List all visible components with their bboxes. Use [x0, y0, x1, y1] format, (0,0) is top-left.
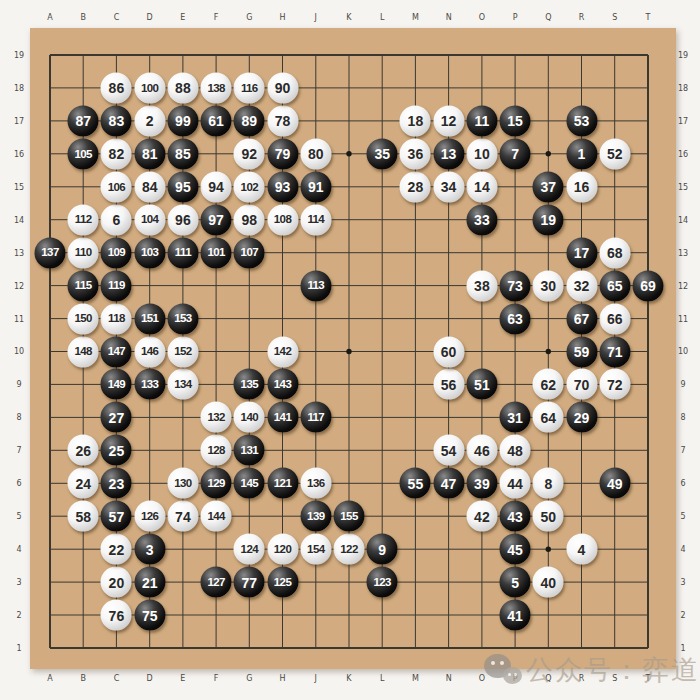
move-number: 142 — [274, 346, 291, 358]
stone-B16: 105 — [68, 138, 99, 169]
stone-H4: 120 — [267, 534, 298, 565]
move-number: 49 — [607, 476, 623, 490]
row-label-right-19: 19 — [678, 51, 688, 60]
stone-R9: 70 — [566, 369, 597, 400]
stone-M16: 36 — [400, 138, 431, 169]
move-number: 140 — [241, 412, 258, 424]
move-number: 57 — [109, 509, 125, 523]
stone-D16: 81 — [134, 138, 165, 169]
stone-R4: 4 — [566, 534, 597, 565]
move-number: 51 — [474, 377, 490, 391]
row-label-left-16: 16 — [14, 149, 24, 158]
star-point-Q10 — [546, 349, 551, 354]
move-number: 146 — [141, 346, 158, 358]
row-label-left-17: 17 — [14, 116, 24, 125]
stone-E15: 95 — [167, 171, 198, 202]
move-number: 144 — [207, 510, 224, 522]
move-number: 33 — [474, 213, 490, 227]
col-label-bottom-N: N — [446, 674, 452, 683]
col-label-top-S: S — [612, 13, 617, 22]
stone-C11: 118 — [101, 303, 132, 334]
stone-H15: 93 — [267, 171, 298, 202]
stone-E16: 85 — [167, 138, 198, 169]
stone-C7: 25 — [101, 435, 132, 466]
stone-J6: 136 — [300, 468, 331, 499]
stone-C9: 149 — [101, 369, 132, 400]
go-diagram-page: 1234567891011121314151617181920212223242… — [0, 0, 700, 700]
move-number: 94 — [208, 180, 224, 194]
stone-N16: 13 — [433, 138, 464, 169]
move-number: 13 — [441, 147, 457, 161]
stone-J5: 139 — [300, 501, 331, 532]
move-number: 56 — [441, 377, 457, 391]
stone-G16: 92 — [234, 138, 265, 169]
move-number: 106 — [108, 181, 125, 193]
stone-E11: 153 — [167, 303, 198, 334]
stone-P5: 43 — [500, 501, 531, 532]
move-number: 109 — [108, 247, 125, 259]
stone-P12: 73 — [500, 270, 531, 301]
move-number: 17 — [574, 246, 590, 260]
move-number: 24 — [75, 476, 91, 490]
stone-G18: 116 — [234, 72, 265, 103]
stone-G13: 107 — [234, 237, 265, 268]
row-label-left-3: 3 — [16, 578, 21, 587]
row-label-right-5: 5 — [680, 512, 685, 521]
stone-G7: 131 — [234, 435, 265, 466]
stone-O17: 11 — [466, 105, 497, 136]
stone-S9: 72 — [599, 369, 630, 400]
move-number: 96 — [175, 213, 191, 227]
move-number: 135 — [241, 379, 258, 391]
stone-N15: 34 — [433, 171, 464, 202]
move-number: 16 — [574, 180, 590, 194]
move-number: 93 — [275, 180, 291, 194]
stone-J15: 91 — [300, 171, 331, 202]
move-number: 61 — [208, 114, 224, 128]
row-label-right-18: 18 — [678, 83, 688, 92]
stone-D9: 133 — [134, 369, 165, 400]
stone-F17: 61 — [201, 105, 232, 136]
stone-H16: 79 — [267, 138, 298, 169]
stone-R8: 29 — [566, 402, 597, 433]
stone-H3: 125 — [267, 567, 298, 598]
stone-S6: 49 — [599, 468, 630, 499]
move-number: 145 — [241, 478, 258, 490]
stone-R15: 16 — [566, 171, 597, 202]
stone-Q9: 62 — [533, 369, 564, 400]
move-number: 40 — [541, 575, 557, 589]
stone-J16: 80 — [300, 138, 331, 169]
move-number: 151 — [141, 313, 158, 325]
stone-Q15: 37 — [533, 171, 564, 202]
stone-D10: 146 — [134, 336, 165, 367]
move-number: 73 — [507, 279, 523, 293]
stone-D14: 104 — [134, 204, 165, 235]
move-number: 3 — [146, 542, 154, 556]
stone-D15: 84 — [134, 171, 165, 202]
stone-H10: 142 — [267, 336, 298, 367]
row-label-right-15: 15 — [678, 182, 688, 191]
row-label-left-7: 7 — [16, 446, 21, 455]
move-number: 70 — [574, 377, 590, 391]
move-number: 19 — [541, 213, 557, 227]
stone-P6: 44 — [500, 468, 531, 499]
stone-N10: 60 — [433, 336, 464, 367]
move-number: 77 — [242, 575, 258, 589]
move-number: 87 — [75, 114, 91, 128]
move-number: 84 — [142, 180, 158, 194]
stone-G8: 140 — [234, 402, 265, 433]
stone-O12: 38 — [466, 270, 497, 301]
move-number: 71 — [607, 345, 623, 359]
stone-F7: 128 — [201, 435, 232, 466]
stone-R16: 1 — [566, 138, 597, 169]
stone-B7: 26 — [68, 435, 99, 466]
move-number: 100 — [141, 82, 158, 94]
move-number: 79 — [275, 147, 291, 161]
move-number: 7 — [511, 147, 519, 161]
stone-C8: 27 — [101, 402, 132, 433]
row-label-left-5: 5 — [16, 512, 21, 521]
col-label-top-B: B — [80, 13, 86, 22]
stone-P8: 31 — [500, 402, 531, 433]
move-number: 113 — [307, 280, 324, 292]
stone-Q8: 64 — [533, 402, 564, 433]
star-point-Q4 — [546, 547, 551, 552]
move-number: 152 — [174, 346, 191, 358]
move-number: 20 — [109, 575, 125, 589]
move-number: 11 — [474, 114, 489, 128]
stone-S10: 71 — [599, 336, 630, 367]
move-number: 99 — [175, 114, 191, 128]
stone-K5: 155 — [334, 501, 365, 532]
move-number: 83 — [109, 114, 125, 128]
move-number: 63 — [507, 312, 523, 326]
stone-B17: 87 — [68, 105, 99, 136]
stone-K4: 122 — [334, 534, 365, 565]
stone-P11: 63 — [500, 303, 531, 334]
row-label-right-11: 11 — [678, 314, 688, 323]
move-number: 35 — [374, 147, 390, 161]
stone-L3: 123 — [367, 567, 398, 598]
move-number: 52 — [607, 147, 623, 161]
move-number: 101 — [207, 247, 224, 259]
stone-O16: 10 — [466, 138, 497, 169]
row-label-right-9: 9 — [680, 380, 685, 389]
stone-O15: 14 — [466, 171, 497, 202]
move-number: 69 — [640, 279, 656, 293]
move-number: 121 — [274, 478, 291, 490]
stone-E13: 111 — [167, 237, 198, 268]
col-label-top-F: F — [214, 13, 219, 22]
row-label-right-3: 3 — [680, 578, 685, 587]
stone-R12: 32 — [566, 270, 597, 301]
move-number: 107 — [241, 247, 258, 259]
move-number: 81 — [142, 147, 158, 161]
stone-O6: 39 — [466, 468, 497, 499]
move-number: 80 — [308, 147, 324, 161]
move-number: 66 — [607, 312, 623, 326]
stone-C10: 147 — [101, 336, 132, 367]
move-number: 15 — [507, 114, 523, 128]
col-label-top-R: R — [579, 13, 585, 22]
col-label-top-P: P — [513, 13, 518, 22]
move-number: 86 — [109, 81, 125, 95]
move-number: 75 — [142, 608, 158, 622]
move-number: 92 — [242, 147, 258, 161]
move-number: 118 — [108, 313, 125, 325]
move-number: 111 — [175, 247, 191, 259]
row-label-right-12: 12 — [678, 281, 688, 290]
col-label-bottom-C: C — [114, 674, 120, 683]
move-number: 129 — [207, 478, 224, 490]
move-number: 153 — [174, 313, 191, 325]
move-number: 131 — [241, 445, 258, 457]
stone-F15: 94 — [201, 171, 232, 202]
stone-D11: 151 — [134, 303, 165, 334]
stone-J14: 114 — [300, 204, 331, 235]
col-label-bottom-F: F — [214, 674, 219, 683]
move-number: 119 — [108, 280, 125, 292]
move-number: 155 — [340, 510, 357, 522]
stone-F5: 144 — [201, 501, 232, 532]
stone-M15: 28 — [400, 171, 431, 202]
move-number: 82 — [109, 147, 125, 161]
stone-S16: 52 — [599, 138, 630, 169]
move-number: 64 — [541, 410, 557, 424]
move-number: 14 — [474, 180, 490, 194]
move-number: 18 — [408, 114, 424, 128]
stone-F3: 127 — [201, 567, 232, 598]
stone-R13: 17 — [566, 237, 597, 268]
stone-G6: 145 — [234, 468, 265, 499]
col-label-top-A: A — [47, 13, 52, 22]
move-number: 65 — [607, 279, 623, 293]
stone-N9: 56 — [433, 369, 464, 400]
stone-E10: 152 — [167, 336, 198, 367]
col-label-top-Q: Q — [545, 13, 551, 22]
move-number: 143 — [274, 379, 291, 391]
move-number: 42 — [474, 509, 490, 523]
stone-J12: 113 — [300, 270, 331, 301]
move-number: 60 — [441, 345, 457, 359]
move-number: 53 — [574, 114, 590, 128]
stone-B5: 58 — [68, 501, 99, 532]
stone-J4: 154 — [300, 534, 331, 565]
move-number: 154 — [307, 543, 324, 555]
move-number: 29 — [574, 410, 590, 424]
move-number: 30 — [541, 279, 557, 293]
row-label-right-7: 7 — [680, 446, 685, 455]
stone-C4: 22 — [101, 534, 132, 565]
stone-O14: 33 — [466, 204, 497, 235]
move-number: 88 — [175, 81, 191, 95]
stone-B10: 148 — [68, 336, 99, 367]
stone-C18: 86 — [101, 72, 132, 103]
move-number: 120 — [274, 543, 291, 555]
move-number: 23 — [109, 476, 125, 490]
move-number: 67 — [574, 312, 590, 326]
stone-S11: 66 — [599, 303, 630, 334]
row-label-right-6: 6 — [680, 479, 685, 488]
move-number: 54 — [441, 443, 457, 457]
col-label-bottom-L: L — [380, 674, 384, 683]
stone-T12: 69 — [633, 270, 664, 301]
move-number: 102 — [241, 181, 258, 193]
move-number: 45 — [507, 542, 523, 556]
stone-H18: 90 — [267, 72, 298, 103]
col-label-bottom-A: A — [47, 674, 52, 683]
stone-G15: 102 — [234, 171, 265, 202]
stone-C6: 23 — [101, 468, 132, 499]
stone-S12: 65 — [599, 270, 630, 301]
col-label-top-K: K — [346, 13, 351, 22]
row-label-left-2: 2 — [16, 611, 21, 620]
stone-C13: 109 — [101, 237, 132, 268]
move-number: 95 — [175, 180, 191, 194]
move-number: 110 — [75, 247, 92, 259]
move-number: 104 — [141, 214, 158, 226]
stone-P2: 41 — [500, 600, 531, 631]
stone-H14: 108 — [267, 204, 298, 235]
move-number: 123 — [373, 576, 390, 588]
move-number: 46 — [474, 443, 490, 457]
stone-B12: 115 — [68, 270, 99, 301]
stone-G14: 98 — [234, 204, 265, 235]
move-number: 150 — [74, 313, 91, 325]
stone-R11: 67 — [566, 303, 597, 334]
row-label-right-10: 10 — [678, 347, 688, 356]
row-label-left-9: 9 — [16, 380, 21, 389]
move-number: 10 — [474, 147, 490, 161]
stone-M6: 55 — [400, 468, 431, 499]
stone-E14: 96 — [167, 204, 198, 235]
row-label-right-8: 8 — [680, 413, 685, 422]
stone-D4: 3 — [134, 534, 165, 565]
col-label-top-C: C — [114, 13, 120, 22]
col-label-bottom-K: K — [346, 674, 351, 683]
stone-B14: 112 — [68, 204, 99, 235]
move-number: 8 — [544, 476, 552, 490]
stone-R10: 59 — [566, 336, 597, 367]
go-board[interactable]: 1234567891011121314151617181920212223242… — [30, 28, 676, 669]
col-label-top-O: O — [479, 13, 485, 22]
move-number: 108 — [274, 214, 291, 226]
move-number: 25 — [109, 443, 125, 457]
move-number: 122 — [340, 543, 357, 555]
stone-B13: 110 — [68, 237, 99, 268]
stone-F13: 101 — [201, 237, 232, 268]
col-label-top-D: D — [147, 13, 153, 22]
move-number: 137 — [41, 247, 58, 259]
row-label-right-14: 14 — [678, 215, 688, 224]
move-number: 6 — [112, 213, 120, 227]
row-label-left-14: 14 — [14, 215, 24, 224]
stone-P7: 48 — [500, 435, 531, 466]
move-number: 28 — [408, 180, 424, 194]
col-label-bottom-M: M — [412, 674, 419, 683]
col-label-top-N: N — [446, 13, 452, 22]
move-number: 12 — [441, 114, 457, 128]
move-number: 50 — [541, 509, 557, 523]
move-number: 1 — [578, 147, 586, 161]
stone-Q6: 8 — [533, 468, 564, 499]
stone-C5: 57 — [101, 501, 132, 532]
stone-O5: 42 — [466, 501, 497, 532]
move-number: 41 — [507, 608, 523, 622]
move-number: 32 — [574, 279, 590, 293]
move-number: 124 — [241, 543, 258, 555]
row-label-left-13: 13 — [14, 248, 24, 257]
move-number: 103 — [141, 247, 158, 259]
move-number: 5 — [511, 575, 519, 589]
move-number: 138 — [207, 82, 224, 94]
stone-O7: 46 — [466, 435, 497, 466]
stone-C16: 82 — [101, 138, 132, 169]
stone-C2: 76 — [101, 600, 132, 631]
stone-L16: 35 — [367, 138, 398, 169]
stone-E5: 74 — [167, 501, 198, 532]
move-number: 38 — [474, 279, 490, 293]
stone-E17: 99 — [167, 105, 198, 136]
stone-P16: 7 — [500, 138, 531, 169]
move-number: 22 — [109, 542, 125, 556]
stone-S13: 68 — [599, 237, 630, 268]
stone-N17: 12 — [433, 105, 464, 136]
move-number: 62 — [541, 377, 557, 391]
stone-F6: 129 — [201, 468, 232, 499]
row-label-right-17: 17 — [678, 116, 688, 125]
move-number: 126 — [141, 510, 158, 522]
move-number: 21 — [142, 575, 158, 589]
stone-N7: 54 — [433, 435, 464, 466]
move-number: 72 — [607, 377, 623, 391]
stone-C14: 6 — [101, 204, 132, 235]
stone-F18: 138 — [201, 72, 232, 103]
move-number: 78 — [275, 114, 291, 128]
move-number: 76 — [109, 608, 125, 622]
star-point-Q16 — [546, 151, 551, 156]
stone-L4: 9 — [367, 534, 398, 565]
move-number: 37 — [541, 180, 557, 194]
stone-M17: 18 — [400, 105, 431, 136]
row-label-right-13: 13 — [678, 248, 688, 257]
col-label-bottom-B: B — [80, 674, 86, 683]
stone-N6: 47 — [433, 468, 464, 499]
col-label-bottom-J: J — [315, 674, 317, 683]
stone-G17: 89 — [234, 105, 265, 136]
move-number: 148 — [74, 346, 91, 358]
move-number: 26 — [75, 443, 91, 457]
stone-D2: 75 — [134, 600, 165, 631]
row-label-left-4: 4 — [16, 545, 21, 554]
move-number: 39 — [474, 476, 490, 490]
move-number: 43 — [507, 509, 523, 523]
col-label-top-E: E — [180, 13, 185, 22]
move-number: 98 — [242, 213, 258, 227]
move-number: 89 — [242, 114, 258, 128]
stone-C12: 119 — [101, 270, 132, 301]
stone-O9: 51 — [466, 369, 497, 400]
stone-P3: 5 — [500, 567, 531, 598]
stone-H6: 121 — [267, 468, 298, 499]
move-number: 4 — [578, 542, 586, 556]
move-number: 74 — [175, 509, 191, 523]
stone-H17: 78 — [267, 105, 298, 136]
stone-G3: 77 — [234, 567, 265, 598]
move-number: 68 — [607, 246, 623, 260]
